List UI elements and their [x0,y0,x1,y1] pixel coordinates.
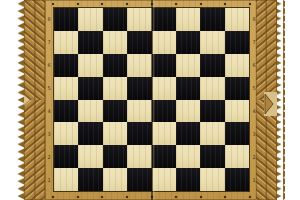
border-pin [101,3,103,6]
square-e1[interactable] [152,168,176,191]
square-a3[interactable] [54,122,78,145]
fold-seam [151,0,153,200]
square-h6[interactable] [225,54,249,77]
square-f5[interactable] [176,77,200,100]
square-h1[interactable] [225,168,249,191]
square-c6[interactable] [103,54,127,77]
square-f1[interactable] [176,168,200,191]
border-pin [224,3,226,6]
square-d1[interactable] [127,168,151,191]
square-d2[interactable] [127,145,151,168]
square-b3[interactable] [78,122,102,145]
square-d7[interactable] [127,31,151,54]
square-c7[interactable] [103,31,127,54]
border-pin [52,196,54,199]
square-b1[interactable] [78,168,102,191]
square-g3[interactable] [200,122,224,145]
carved-side-left [16,0,45,200]
square-h8[interactable] [225,8,249,31]
square-d5[interactable] [127,77,151,100]
square-b7[interactable] [78,31,102,54]
square-d6[interactable] [127,54,151,77]
border-pin [126,3,128,6]
square-e2[interactable] [152,145,176,168]
rank-label: 3 [45,123,53,146]
square-g4[interactable] [200,100,224,123]
square-b5[interactable] [78,77,102,100]
border-pin [200,196,202,199]
square-a8[interactable] [54,8,78,31]
rank-label: 5 [45,76,53,99]
rank-label: 6 [45,53,53,76]
square-e8[interactable] [152,8,176,31]
square-e7[interactable] [152,31,176,54]
square-b8[interactable] [78,8,102,31]
square-h3[interactable] [225,122,249,145]
square-c2[interactable] [103,145,127,168]
square-e3[interactable] [152,122,176,145]
rank-label: 8 [45,7,53,30]
border-pin [175,196,177,199]
square-f7[interactable] [176,31,200,54]
border-pin [175,3,177,6]
square-e4[interactable] [152,100,176,123]
square-g6[interactable] [200,54,224,77]
square-a7[interactable] [54,31,78,54]
carving-vein-left [34,0,36,200]
border-pin [52,3,54,6]
square-e5[interactable] [152,77,176,100]
border-pin [224,196,226,199]
square-h7[interactable] [225,31,249,54]
square-f2[interactable] [176,145,200,168]
square-g5[interactable] [200,77,224,100]
border-pin [249,196,251,199]
rank-label: 2 [45,146,53,169]
square-b4[interactable] [78,100,102,123]
square-d4[interactable] [127,100,151,123]
square-e6[interactable] [152,54,176,77]
square-f8[interactable] [176,8,200,31]
serrated-edge-left [16,0,25,200]
square-a1[interactable] [54,168,78,191]
square-a4[interactable] [54,100,78,123]
square-a5[interactable] [54,77,78,100]
serrated-edge-right [276,0,285,200]
square-f6[interactable] [176,54,200,77]
square-h5[interactable] [225,77,249,100]
carved-side-right [256,0,285,200]
chessboard-photo: 87654321 87654321 [0,0,300,200]
square-d8[interactable] [127,8,151,31]
square-d3[interactable] [127,122,151,145]
square-c8[interactable] [103,8,127,31]
square-g8[interactable] [200,8,224,31]
border-pin [77,3,79,6]
board-frame: 87654321 87654321 [45,0,258,200]
border-pin [200,3,202,6]
border-pin [249,3,251,6]
square-c1[interactable] [103,168,127,191]
square-g7[interactable] [200,31,224,54]
square-c5[interactable] [103,77,127,100]
border-pin [126,196,128,199]
square-f3[interactable] [176,122,200,145]
rank-label: 7 [45,30,53,53]
square-g2[interactable] [200,145,224,168]
border-pin [101,196,103,199]
square-a2[interactable] [54,145,78,168]
square-g1[interactable] [200,168,224,191]
square-a6[interactable] [54,54,78,77]
square-c3[interactable] [103,122,127,145]
square-h2[interactable] [225,145,249,168]
square-f4[interactable] [176,100,200,123]
square-h4[interactable] [225,100,249,123]
rank-label: 4 [45,100,53,123]
rank-label: 1 [45,169,53,192]
border-pin [77,196,79,199]
rank-labels-left: 87654321 [45,7,53,192]
square-b2[interactable] [78,145,102,168]
square-b6[interactable] [78,54,102,77]
square-c4[interactable] [103,100,127,123]
